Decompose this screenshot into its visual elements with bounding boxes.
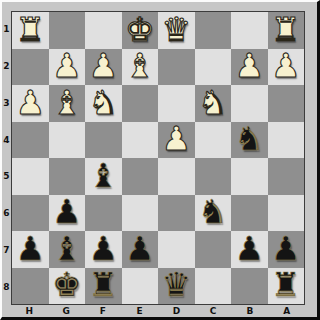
file-label-g: G xyxy=(48,305,85,317)
file-label-d: D xyxy=(158,305,195,317)
square-f2[interactable]: ♟ xyxy=(85,49,122,86)
square-h8[interactable] xyxy=(12,268,49,305)
white-pawn: ♟ xyxy=(271,49,301,82)
square-e2[interactable]: ♝ xyxy=(122,49,159,86)
rank-label-2: 2 xyxy=(2,48,11,85)
square-c4[interactable] xyxy=(195,122,232,159)
square-d4[interactable]: ♟ xyxy=(158,122,195,159)
square-g5[interactable] xyxy=(49,158,86,195)
square-g6[interactable]: ♟ xyxy=(49,195,86,232)
square-h1[interactable]: ♜ xyxy=(12,12,49,49)
square-e8[interactable] xyxy=(122,268,159,305)
rank-label-8: 8 xyxy=(2,268,11,305)
square-c3[interactable]: ♞ xyxy=(195,85,232,122)
square-b6[interactable] xyxy=(231,195,268,232)
square-d1[interactable]: ♛ xyxy=(158,12,195,49)
rank-label-4: 4 xyxy=(2,121,11,158)
square-d7[interactable] xyxy=(158,231,195,268)
square-g2[interactable]: ♟ xyxy=(49,49,86,86)
square-c7[interactable] xyxy=(195,231,232,268)
black-pawn: ♟ xyxy=(234,232,264,265)
square-f6[interactable] xyxy=(85,195,122,232)
black-knight: ♞ xyxy=(198,195,228,228)
square-d3[interactable] xyxy=(158,85,195,122)
square-f1[interactable] xyxy=(85,12,122,49)
white-pawn: ♟ xyxy=(15,86,45,119)
square-a3[interactable] xyxy=(268,85,305,122)
square-g7[interactable]: ♝ xyxy=(49,231,86,268)
square-b5[interactable] xyxy=(231,158,268,195)
file-label-c: C xyxy=(195,305,232,317)
square-e3[interactable] xyxy=(122,85,159,122)
black-pawn: ♟ xyxy=(88,232,118,265)
chess-board: ♜♚♛♜♟♟♝♟♟♟♝♞♞♟♞♝♟♞♟♝♟♟♟♟♚♜♛♜ xyxy=(11,11,305,305)
square-d5[interactable] xyxy=(158,158,195,195)
white-pawn: ♟ xyxy=(88,49,118,82)
file-label-a: A xyxy=(268,305,305,317)
square-g8[interactable]: ♚ xyxy=(49,268,86,305)
file-labels: HGFEDCBA xyxy=(11,305,305,317)
white-pawn: ♟ xyxy=(234,49,264,82)
square-d6[interactable] xyxy=(158,195,195,232)
square-e7[interactable]: ♟ xyxy=(122,231,159,268)
chess-diagram: 12345678 ♜♚♛♜♟♟♝♟♟♟♝♞♞♟♞♝♟♞♟♝♟♟♟♟♚♜♛♜ HG… xyxy=(0,0,320,320)
square-b2[interactable]: ♟ xyxy=(231,49,268,86)
white-knight: ♞ xyxy=(198,86,228,119)
square-f8[interactable]: ♜ xyxy=(85,268,122,305)
white-rook: ♜ xyxy=(15,13,45,46)
square-e1[interactable]: ♚ xyxy=(122,12,159,49)
square-c5[interactable] xyxy=(195,158,232,195)
square-h5[interactable] xyxy=(12,158,49,195)
black-rook: ♜ xyxy=(88,268,118,301)
square-h4[interactable] xyxy=(12,122,49,159)
black-bishop: ♝ xyxy=(88,159,118,192)
square-a4[interactable] xyxy=(268,122,305,159)
file-label-h: H xyxy=(11,305,48,317)
square-d8[interactable]: ♛ xyxy=(158,268,195,305)
square-a8[interactable]: ♜ xyxy=(268,268,305,305)
black-pawn: ♟ xyxy=(15,232,45,265)
black-pawn: ♟ xyxy=(52,195,82,228)
square-f5[interactable]: ♝ xyxy=(85,158,122,195)
square-b7[interactable]: ♟ xyxy=(231,231,268,268)
white-pawn: ♟ xyxy=(52,49,82,82)
square-g3[interactable]: ♝ xyxy=(49,85,86,122)
square-a2[interactable]: ♟ xyxy=(268,49,305,86)
black-queen: ♛ xyxy=(161,268,191,301)
square-h2[interactable] xyxy=(12,49,49,86)
square-e6[interactable] xyxy=(122,195,159,232)
square-f3[interactable]: ♞ xyxy=(85,85,122,122)
black-pawn: ♟ xyxy=(271,232,301,265)
file-label-f: F xyxy=(85,305,122,317)
square-g4[interactable] xyxy=(49,122,86,159)
square-f7[interactable]: ♟ xyxy=(85,231,122,268)
square-b3[interactable] xyxy=(231,85,268,122)
file-label-e: E xyxy=(121,305,158,317)
black-pawn: ♟ xyxy=(125,232,155,265)
square-c2[interactable] xyxy=(195,49,232,86)
square-h3[interactable]: ♟ xyxy=(12,85,49,122)
square-c8[interactable] xyxy=(195,268,232,305)
white-king: ♚ xyxy=(125,13,155,46)
rank-label-3: 3 xyxy=(2,85,11,122)
square-b8[interactable] xyxy=(231,268,268,305)
rank-label-5: 5 xyxy=(2,158,11,195)
black-knight: ♞ xyxy=(234,122,264,155)
square-e5[interactable] xyxy=(122,158,159,195)
square-c6[interactable]: ♞ xyxy=(195,195,232,232)
white-knight: ♞ xyxy=(88,86,118,119)
square-f4[interactable] xyxy=(85,122,122,159)
square-g1[interactable] xyxy=(49,12,86,49)
rank-labels: 12345678 xyxy=(2,11,11,305)
rank-label-7: 7 xyxy=(2,232,11,269)
square-a7[interactable]: ♟ xyxy=(268,231,305,268)
white-bishop: ♝ xyxy=(52,86,82,119)
white-bishop: ♝ xyxy=(125,49,155,82)
rank-label-1: 1 xyxy=(2,11,11,48)
black-king: ♚ xyxy=(52,268,82,301)
white-rook: ♜ xyxy=(271,13,301,46)
file-label-b: B xyxy=(232,305,269,317)
white-pawn: ♟ xyxy=(161,122,191,155)
square-c1[interactable] xyxy=(195,12,232,49)
square-h7[interactable]: ♟ xyxy=(12,231,49,268)
square-h6[interactable] xyxy=(12,195,49,232)
rank-label-6: 6 xyxy=(2,195,11,232)
black-bishop: ♝ xyxy=(52,232,82,265)
square-e4[interactable] xyxy=(122,122,159,159)
square-a6[interactable] xyxy=(268,195,305,232)
white-queen: ♛ xyxy=(161,13,191,46)
square-a5[interactable] xyxy=(268,158,305,195)
square-a1[interactable]: ♜ xyxy=(268,12,305,49)
square-d2[interactable] xyxy=(158,49,195,86)
square-b4[interactable]: ♞ xyxy=(231,122,268,159)
black-rook: ♜ xyxy=(271,268,301,301)
square-b1[interactable] xyxy=(231,12,268,49)
